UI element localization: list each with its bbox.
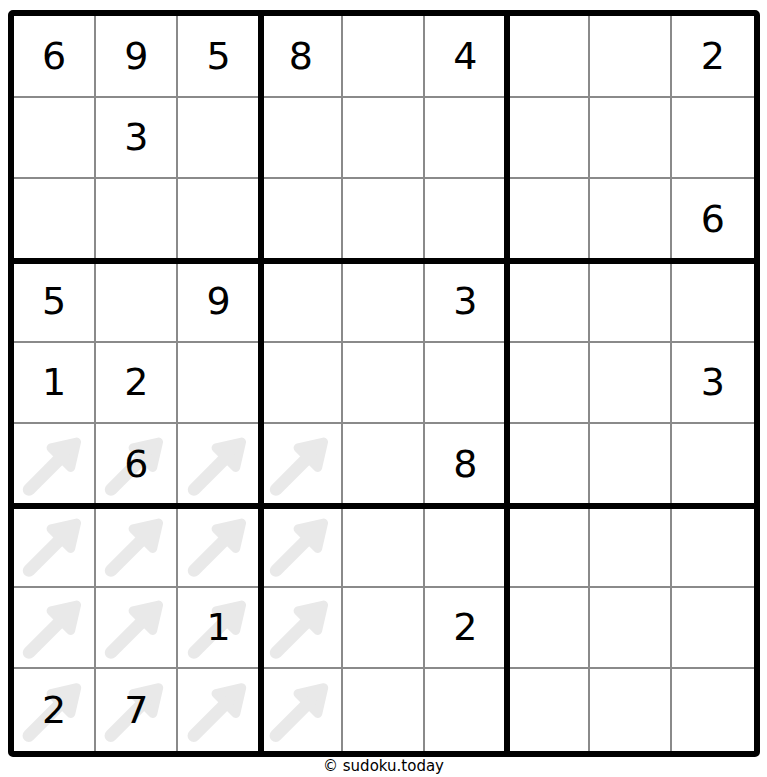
sudoku-cell-r1c9[interactable]: 2 [672, 16, 754, 98]
sudoku-cell-r1c6[interactable]: 4 [425, 16, 507, 98]
sudoku-cell-r8c8[interactable] [590, 588, 672, 670]
given-digit: 6 [42, 37, 66, 75]
sudoku-cell-r1c1[interactable]: 6 [14, 16, 96, 98]
arrow-up-right-icon [182, 509, 256, 582]
given-digit: 2 [42, 691, 66, 729]
sudoku-cell-r4c5[interactable] [343, 261, 425, 343]
sudoku-cell-r8c5[interactable] [343, 588, 425, 670]
sudoku-cell-r7c3[interactable] [178, 506, 260, 588]
given-digit: 3 [701, 363, 725, 401]
sudoku-cell-r3c2[interactable] [96, 179, 178, 261]
box-separator-horizontal-2 [14, 503, 754, 509]
sudoku-cell-r6c6[interactable]: 8 [425, 424, 507, 506]
sudoku-cell-r4c7[interactable] [507, 261, 589, 343]
given-digit: 3 [124, 118, 148, 156]
sudoku-cell-r5c2[interactable]: 2 [96, 343, 178, 425]
sudoku-cell-r5c8[interactable] [590, 343, 672, 425]
given-digit: 6 [701, 200, 725, 238]
sudoku-cell-r3c9[interactable]: 6 [672, 179, 754, 261]
sudoku-cell-r4c2[interactable] [96, 261, 178, 343]
sudoku-cell-r3c6[interactable] [425, 179, 507, 261]
sudoku-cell-r9c8[interactable] [590, 669, 672, 751]
sudoku-cell-r7c9[interactable] [672, 506, 754, 588]
sudoku-cell-r7c8[interactable] [590, 506, 672, 588]
sudoku-cell-r3c5[interactable] [343, 179, 425, 261]
sudoku-cell-r6c3[interactable] [178, 424, 260, 506]
sudoku-cell-r6c9[interactable] [672, 424, 754, 506]
given-digit: 4 [453, 37, 477, 75]
arrow-up-right-icon [264, 428, 338, 501]
arrow-up-right-icon [264, 591, 338, 664]
sudoku-cell-r8c4[interactable] [261, 588, 343, 670]
given-digit: 9 [206, 282, 230, 320]
sudoku-cell-r9c9[interactable] [672, 669, 754, 751]
sudoku-grid: 69584236593123681227 [14, 16, 754, 751]
sudoku-cell-r9c5[interactable] [343, 669, 425, 751]
sudoku-cell-r4c8[interactable] [590, 261, 672, 343]
sudoku-cell-r7c5[interactable] [343, 506, 425, 588]
sudoku-cell-r6c2[interactable]: 6 [96, 424, 178, 506]
sudoku-cell-r1c3[interactable]: 5 [178, 16, 260, 98]
box-separator-vertical-1 [258, 16, 264, 751]
sudoku-cell-r2c3[interactable] [178, 98, 260, 180]
sudoku-cell-r3c8[interactable] [590, 179, 672, 261]
sudoku-cell-r1c2[interactable]: 9 [96, 16, 178, 98]
sudoku-cell-r2c4[interactable] [261, 98, 343, 180]
sudoku-cell-r7c1[interactable] [14, 506, 96, 588]
sudoku-cell-r5c6[interactable] [425, 343, 507, 425]
sudoku-cell-r2c7[interactable] [507, 98, 589, 180]
sudoku-cell-r4c9[interactable] [672, 261, 754, 343]
given-digit: 7 [124, 691, 148, 729]
sudoku-cell-r5c1[interactable]: 1 [14, 343, 96, 425]
arrow-up-right-icon [17, 509, 91, 582]
sudoku-cell-r5c9[interactable]: 3 [672, 343, 754, 425]
sudoku-cell-r9c1[interactable]: 2 [14, 669, 96, 751]
sudoku-cell-r2c1[interactable] [14, 98, 96, 180]
arrow-up-right-icon [182, 428, 256, 501]
given-digit: 3 [453, 282, 477, 320]
sudoku-cell-r8c3[interactable]: 1 [178, 588, 260, 670]
sudoku-cell-r7c2[interactable] [96, 506, 178, 588]
sudoku-cell-r6c4[interactable] [261, 424, 343, 506]
sudoku-cell-r8c2[interactable] [96, 588, 178, 670]
sudoku-cell-r9c6[interactable] [425, 669, 507, 751]
sudoku-cell-r3c7[interactable] [507, 179, 589, 261]
sudoku-cell-r9c3[interactable] [178, 669, 260, 751]
sudoku-cell-r2c5[interactable] [343, 98, 425, 180]
sudoku-cell-r8c7[interactable] [507, 588, 589, 670]
site-credit: © sudoku.today [0, 756, 767, 776]
given-digit: 6 [124, 445, 148, 483]
given-digit: 8 [453, 445, 477, 483]
sudoku-cell-r9c2[interactable]: 7 [96, 669, 178, 751]
sudoku-cell-r2c8[interactable] [590, 98, 672, 180]
arrow-up-right-icon [17, 591, 91, 664]
given-digit: 5 [42, 282, 66, 320]
sudoku-cell-r1c8[interactable] [590, 16, 672, 98]
sudoku-cell-r5c7[interactable] [507, 343, 589, 425]
arrow-up-right-icon [182, 673, 256, 748]
sudoku-cell-r1c4[interactable]: 8 [261, 16, 343, 98]
sudoku-cell-r4c6[interactable]: 3 [425, 261, 507, 343]
sudoku-cell-r2c2[interactable]: 3 [96, 98, 178, 180]
arrow-up-right-icon [17, 428, 91, 501]
sudoku-board: 69584236593123681227 [8, 10, 760, 757]
arrow-up-right-icon [99, 591, 173, 664]
sudoku-cell-r1c7[interactable] [507, 16, 589, 98]
sudoku-cell-r5c5[interactable] [343, 343, 425, 425]
sudoku-cell-r8c6[interactable]: 2 [425, 588, 507, 670]
sudoku-cell-r6c8[interactable] [590, 424, 672, 506]
sudoku-cell-r5c3[interactable] [178, 343, 260, 425]
sudoku-cell-r6c5[interactable] [343, 424, 425, 506]
sudoku-cell-r3c3[interactable] [178, 179, 260, 261]
sudoku-cell-r7c6[interactable] [425, 506, 507, 588]
sudoku-cell-r6c7[interactable] [507, 424, 589, 506]
sudoku-cell-r8c1[interactable] [14, 588, 96, 670]
sudoku-puzzle-page: 69584236593123681227 © sudoku.today [0, 0, 767, 777]
sudoku-cell-r9c7[interactable] [507, 669, 589, 751]
sudoku-cell-r4c1[interactable]: 5 [14, 261, 96, 343]
sudoku-cell-r7c7[interactable] [507, 506, 589, 588]
given-digit: 1 [42, 363, 66, 401]
sudoku-cell-r6c1[interactable] [14, 424, 96, 506]
sudoku-cell-r7c4[interactable] [261, 506, 343, 588]
sudoku-cell-r3c4[interactable] [261, 179, 343, 261]
sudoku-cell-r3c1[interactable] [14, 179, 96, 261]
sudoku-cell-r5c4[interactable] [261, 343, 343, 425]
sudoku-cell-r9c4[interactable] [261, 669, 343, 751]
sudoku-cell-r8c9[interactable] [672, 588, 754, 670]
box-separator-horizontal-1 [14, 258, 754, 264]
sudoku-cell-r4c4[interactable] [261, 261, 343, 343]
box-separator-vertical-2 [504, 16, 510, 751]
given-digit: 8 [289, 37, 313, 75]
given-digit: 1 [206, 608, 230, 646]
given-digit: 2 [124, 363, 148, 401]
arrow-up-right-icon [264, 509, 338, 582]
given-digit: 5 [206, 37, 230, 75]
given-digit: 2 [453, 608, 477, 646]
sudoku-cell-r2c9[interactable] [672, 98, 754, 180]
arrow-up-right-icon [264, 673, 338, 748]
given-digit: 9 [124, 37, 148, 75]
given-digit: 2 [701, 37, 725, 75]
sudoku-cell-r2c6[interactable] [425, 98, 507, 180]
sudoku-cell-r4c3[interactable]: 9 [178, 261, 260, 343]
sudoku-cell-r1c5[interactable] [343, 16, 425, 98]
arrow-up-right-icon [99, 509, 173, 582]
